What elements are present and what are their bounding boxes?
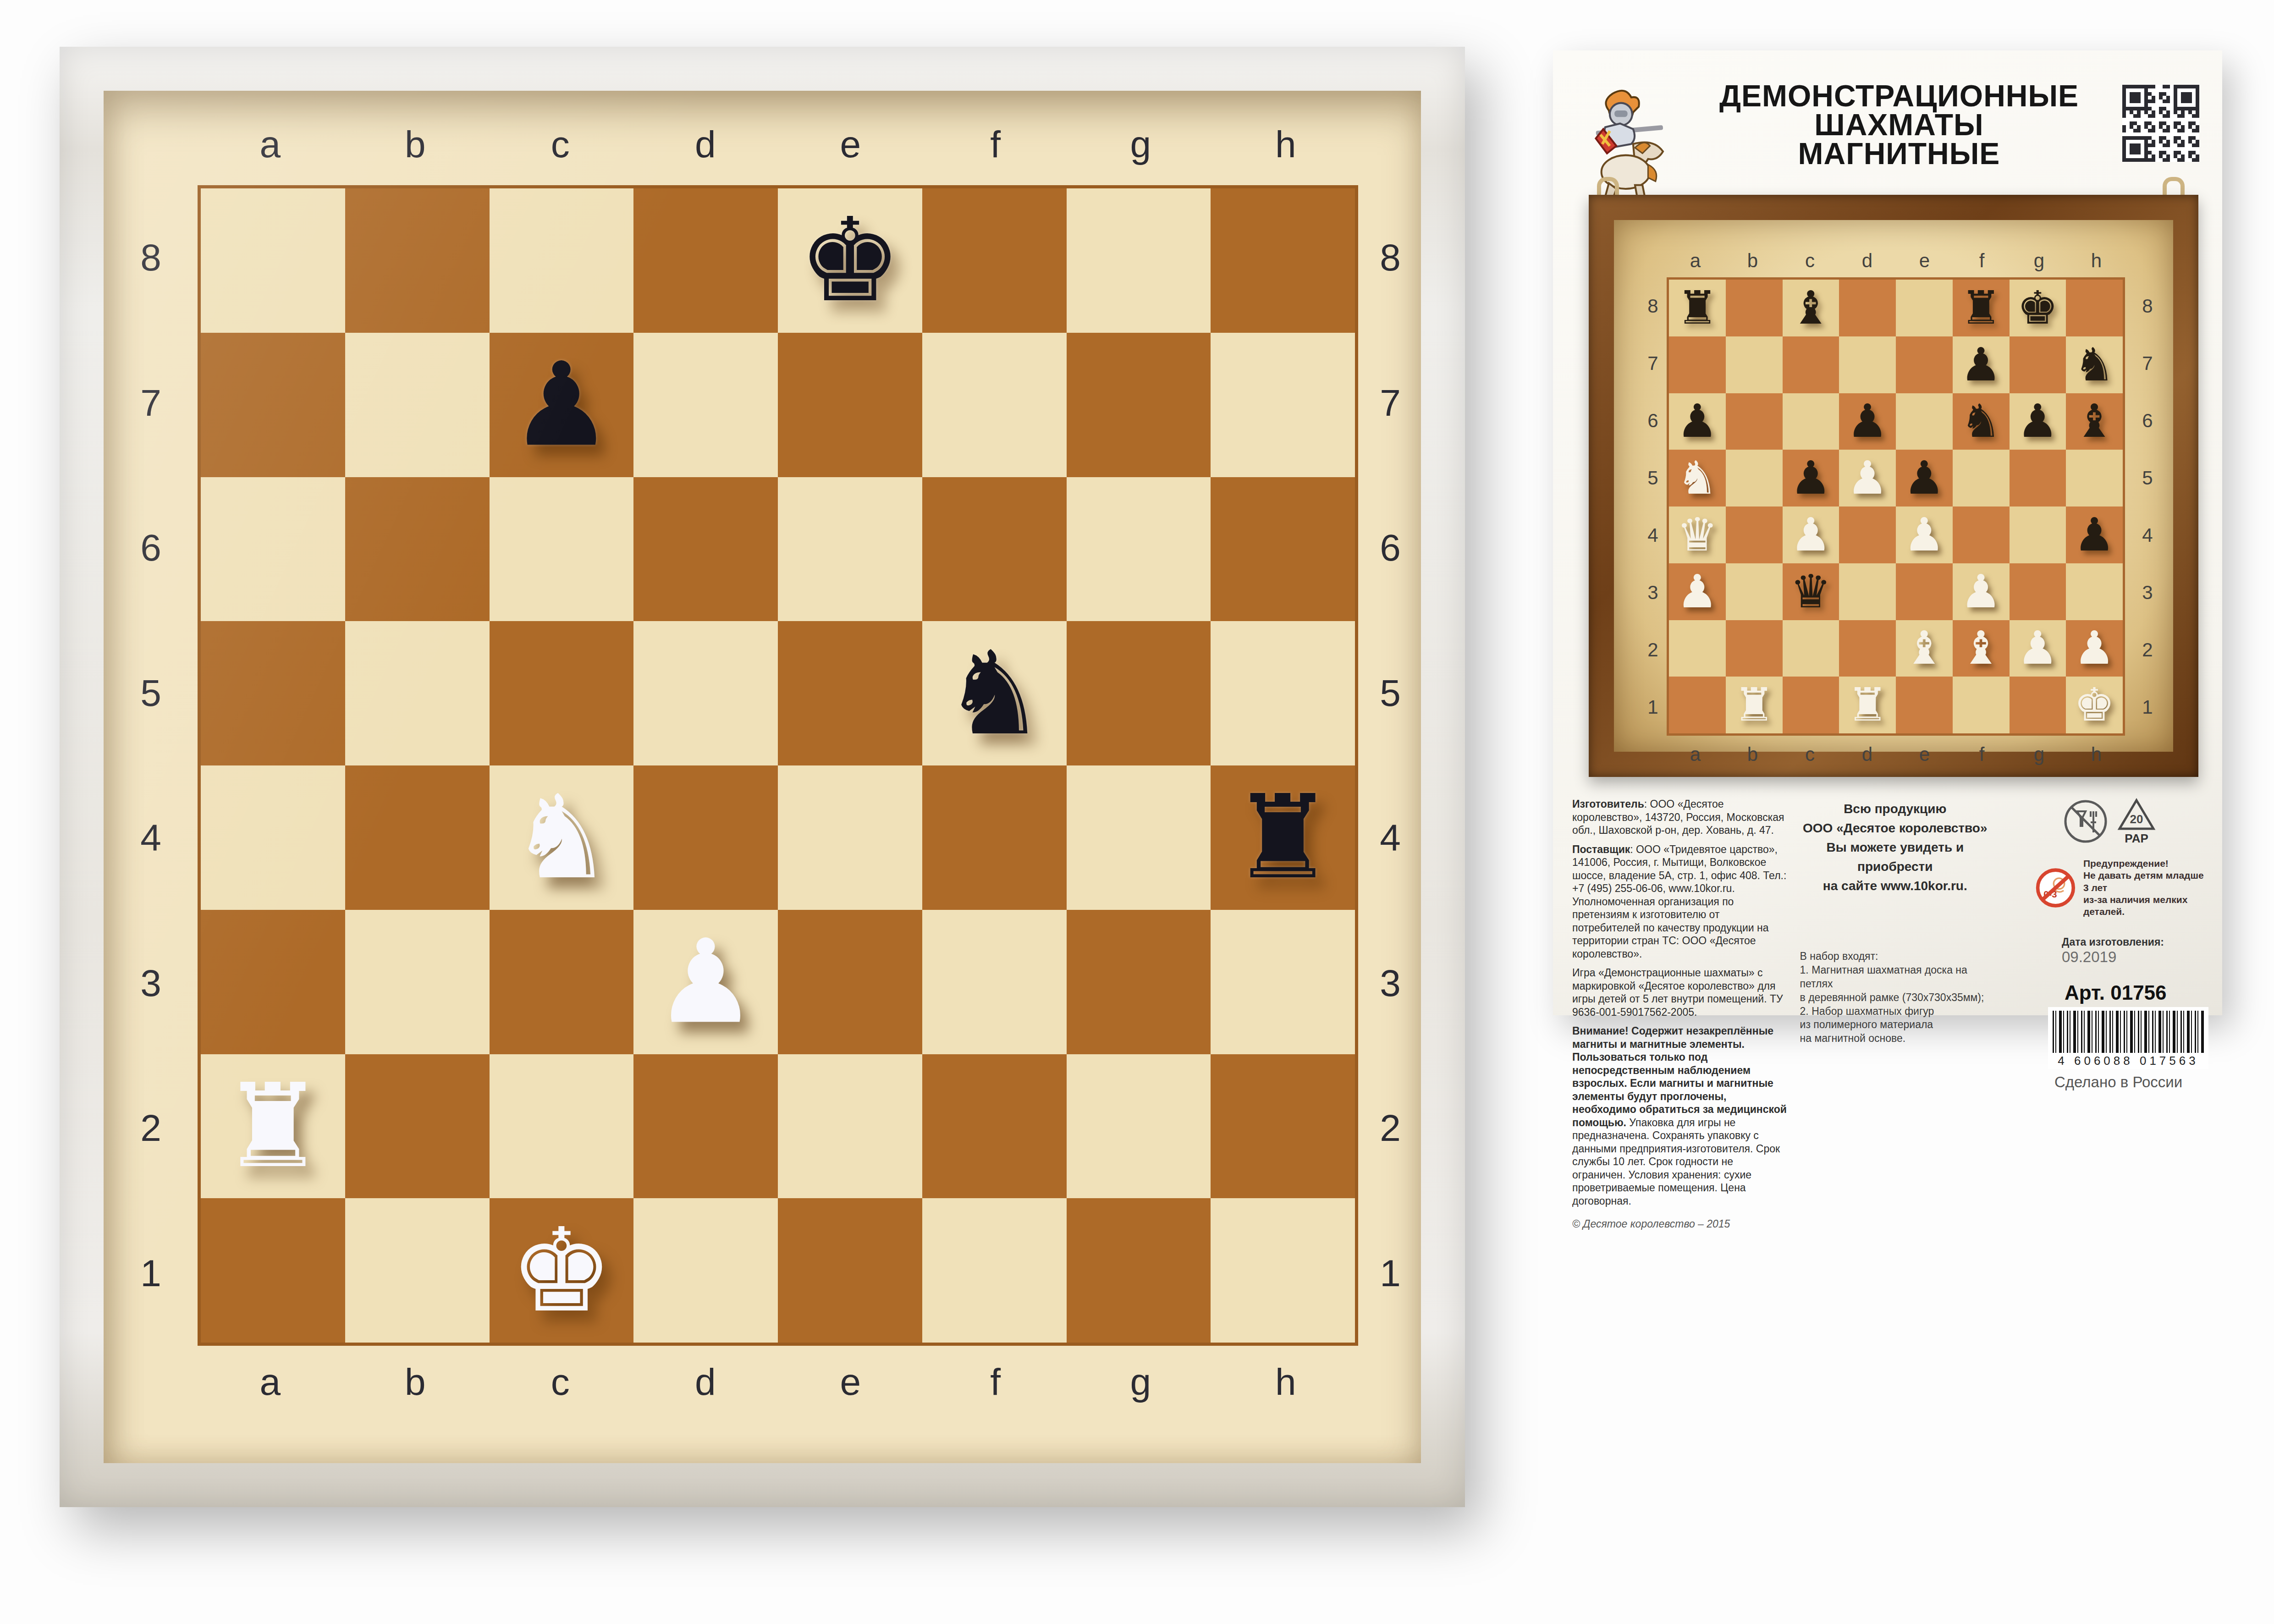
square-e8[interactable]: ♚ <box>778 188 922 333</box>
qr-module <box>2181 140 2185 143</box>
square-a4[interactable]: ♛ <box>1669 506 1726 563</box>
date-value: 09.2019 <box>2062 948 2116 965</box>
square-b4[interactable] <box>1726 506 1783 563</box>
square-d3[interactable]: ♟ <box>633 910 778 1054</box>
square-e6[interactable] <box>1896 393 1953 450</box>
qr-module <box>2144 107 2148 110</box>
piece-white-knight-a5[interactable]: ♞ <box>1677 455 1718 501</box>
square-e4[interactable]: ♟ <box>1896 506 1953 563</box>
square-a2[interactable] <box>1669 620 1726 677</box>
piece-black-pawn-c5[interactable]: ♟ <box>1790 455 1832 501</box>
qr-module <box>2163 107 2166 110</box>
square-c3[interactable]: ♛ <box>1783 563 1839 620</box>
square-e6[interactable] <box>778 477 922 622</box>
square-h7[interactable] <box>1211 333 1355 477</box>
qr-module <box>2185 125 2188 129</box>
piece-white-rook-a2[interactable]: ♜ <box>221 1068 325 1184</box>
piece-black-bishop-c8[interactable]: ♝ <box>1790 285 1832 331</box>
piece-white-king-c1[interactable]: ♚ <box>510 1213 613 1328</box>
square-b5[interactable] <box>345 621 490 765</box>
no-food-contact-icon <box>2062 798 2109 845</box>
qr-module <box>2141 121 2144 125</box>
square-b4[interactable] <box>345 765 490 910</box>
qr-module <box>2177 140 2181 143</box>
square-e2[interactable] <box>778 1054 922 1199</box>
qr-module <box>2177 110 2181 114</box>
qr-module <box>2174 143 2177 147</box>
square-a6[interactable] <box>201 477 345 622</box>
rank-label: 2 <box>1360 1056 1420 1201</box>
piece-black-rook-a8[interactable]: ♜ <box>1677 285 1718 331</box>
qr-module <box>2170 88 2174 92</box>
square-b6[interactable] <box>1726 393 1783 450</box>
qr-module <box>2170 92 2174 96</box>
qr-module <box>2185 129 2188 132</box>
piece-white-king-h1[interactable]: ♚ <box>2074 682 2115 728</box>
rank-label: 3 <box>1360 911 1420 1056</box>
square-e7[interactable] <box>1896 336 1953 393</box>
square-e4[interactable] <box>778 765 922 910</box>
square-d1[interactable] <box>633 1198 778 1343</box>
square-a2[interactable]: ♜ <box>201 1054 345 1199</box>
piece-black-pawn-c7[interactable]: ♟ <box>510 347 613 462</box>
qr-module <box>2192 140 2196 143</box>
square-f8[interactable] <box>922 188 1067 333</box>
square-c3[interactable] <box>490 910 634 1054</box>
qr-module <box>2155 143 2159 147</box>
piece-black-king-e8[interactable]: ♚ <box>798 203 902 318</box>
square-c7[interactable]: ♟ <box>490 333 634 477</box>
piece-white-queen-a4[interactable]: ♛ <box>1677 512 1718 558</box>
square-d2[interactable] <box>633 1054 778 1199</box>
square-g4[interactable] <box>2010 506 2066 563</box>
qr-module <box>2185 143 2188 147</box>
square-a3[interactable] <box>201 910 345 1054</box>
qr-module <box>2133 114 2137 118</box>
qr-module <box>2181 129 2185 132</box>
qr-module <box>2192 107 2196 110</box>
file-label: a <box>198 123 343 166</box>
piece-black-pawn-a6[interactable]: ♟ <box>1677 398 1718 444</box>
qr-module <box>2155 118 2159 121</box>
square-h3[interactable] <box>1211 910 1355 1054</box>
square-a8[interactable]: ♜ <box>1669 280 1726 336</box>
square-f4[interactable] <box>1953 506 2010 563</box>
piece-white-pawn-a3[interactable]: ♟ <box>1677 569 1718 615</box>
square-g2[interactable]: ♟ <box>2010 620 2066 677</box>
square-b5[interactable] <box>1726 450 1783 506</box>
square-f4[interactable] <box>922 765 1067 910</box>
square-g3[interactable] <box>2010 563 2066 620</box>
piece-white-pawn-d3[interactable]: ♟ <box>654 924 758 1040</box>
qr-module <box>2159 118 2163 121</box>
qr-module <box>2130 125 2133 129</box>
square-h2[interactable] <box>1211 1054 1355 1199</box>
info-text: Упаковка для игры не предназначена. Сохр… <box>1572 1117 1780 1207</box>
square-g7[interactable] <box>1067 333 1211 477</box>
square-b8[interactable] <box>1726 280 1783 336</box>
qr-module <box>2196 92 2199 96</box>
qr-module <box>2181 92 2185 96</box>
qr-module <box>2137 151 2141 154</box>
qr-module <box>2141 158 2144 162</box>
rank-label: 5 <box>1360 621 1420 766</box>
square-e5[interactable] <box>778 621 922 765</box>
qr-module <box>2185 99 2188 103</box>
qr-module <box>2130 147 2133 151</box>
qr-module <box>2177 147 2181 151</box>
card-title-line: МАГНИТНЫЕ <box>1645 139 2153 168</box>
file-labels-top: abcdefgh <box>1667 247 2125 275</box>
qr-module <box>2126 85 2130 88</box>
piece-white-bishop-e2[interactable]: ♝ <box>1904 625 1945 671</box>
square-d6[interactable] <box>633 477 778 622</box>
square-g3[interactable] <box>1067 910 1211 1054</box>
square-e3[interactable] <box>778 910 922 1054</box>
piece-white-rook-b1[interactable]: ♜ <box>1734 682 1775 728</box>
rank-label: 4 <box>1641 506 1665 564</box>
square-h1[interactable] <box>1211 1198 1355 1343</box>
qr-module <box>2166 121 2170 125</box>
qr-module <box>2137 114 2141 118</box>
square-e7[interactable] <box>778 333 922 477</box>
qr-module <box>2163 129 2166 132</box>
qr-module <box>2185 136 2188 140</box>
square-h6[interactable] <box>1211 477 1355 622</box>
qr-module <box>2137 107 2141 110</box>
qr-module <box>2192 92 2196 96</box>
piece-black-pawn-d6[interactable]: ♟ <box>1847 398 1888 444</box>
square-a5[interactable]: ♞ <box>1669 450 1726 506</box>
file-label: e <box>1896 250 1953 272</box>
qr-module <box>2144 158 2148 162</box>
square-c1[interactable]: ♚ <box>490 1198 634 1343</box>
square-e2[interactable]: ♝ <box>1896 620 1953 677</box>
piece-white-pawn-f3[interactable]: ♟ <box>1960 569 2002 615</box>
qr-module <box>2188 147 2192 151</box>
square-g6[interactable]: ♟ <box>2010 393 2066 450</box>
qr-module <box>2174 92 2177 96</box>
qr-module <box>2181 136 2185 140</box>
file-label: e <box>778 123 923 166</box>
square-f5[interactable]: ♞ <box>922 621 1067 765</box>
square-g1[interactable] <box>2010 677 2066 733</box>
square-f2[interactable]: ♝ <box>1953 620 2010 677</box>
square-a1[interactable] <box>201 1198 345 1343</box>
qr-module <box>2148 88 2152 92</box>
square-g4[interactable] <box>1067 765 1211 910</box>
qr-module <box>2185 151 2188 154</box>
qr-module <box>2177 129 2181 132</box>
square-b2[interactable] <box>1726 620 1783 677</box>
piece-white-pawn-h2[interactable]: ♟ <box>2074 625 2115 671</box>
qr-module <box>2126 107 2130 110</box>
qr-module <box>2192 154 2196 158</box>
qr-module <box>2159 88 2163 92</box>
qr-module <box>2188 143 2192 147</box>
qr-module <box>2159 147 2163 151</box>
square-h7[interactable]: ♞ <box>2066 336 2123 393</box>
rank-label: 7 <box>1641 335 1665 392</box>
square-d8[interactable] <box>1839 280 1896 336</box>
square-c2[interactable] <box>490 1054 634 1199</box>
square-h6[interactable]: ♝ <box>2066 393 2123 450</box>
qr-module <box>2152 158 2155 162</box>
square-h8[interactable] <box>1211 188 1355 333</box>
qr-module <box>2170 118 2174 121</box>
qr-module <box>2170 132 2174 136</box>
qr-module <box>2130 154 2133 158</box>
piece-white-knight-c4[interactable]: ♞ <box>510 780 613 895</box>
piece-white-pawn-d5[interactable]: ♟ <box>1847 455 1888 501</box>
piece-white-bishop-f2[interactable]: ♝ <box>1960 625 2002 671</box>
square-d7[interactable] <box>633 333 778 477</box>
square-f1[interactable] <box>1953 677 2010 733</box>
sku: Арт. 01756 <box>2065 981 2167 1004</box>
qr-module <box>2152 107 2155 110</box>
qr-module <box>2192 136 2196 140</box>
square-c6[interactable] <box>1783 393 1839 450</box>
square-g6[interactable] <box>1067 477 1211 622</box>
piece-black-knight-f6[interactable]: ♞ <box>1960 398 2002 444</box>
qr-module <box>2192 143 2196 147</box>
square-c8[interactable]: ♝ <box>1783 280 1839 336</box>
qr-module <box>2152 140 2155 143</box>
square-b3[interactable] <box>345 910 490 1054</box>
square-c1[interactable] <box>1783 677 1839 733</box>
qr-module <box>2122 129 2126 132</box>
qr-module <box>2122 118 2126 121</box>
qr-module <box>2170 121 2174 125</box>
square-a8[interactable] <box>201 188 345 333</box>
qr-module <box>2192 125 2196 129</box>
piece-black-rook-h4[interactable]: ♜ <box>1231 780 1335 895</box>
qr-module <box>2170 110 2174 114</box>
square-d8[interactable] <box>633 188 778 333</box>
square-g5[interactable] <box>2010 450 2066 506</box>
made-in: Сделано в России <box>2054 1073 2182 1091</box>
piece-black-knight-h7[interactable]: ♞ <box>2074 342 2115 388</box>
qr-module <box>2174 151 2177 154</box>
square-d2[interactable] <box>1839 620 1896 677</box>
square-f6[interactable] <box>922 477 1067 622</box>
piece-black-knight-f5[interactable]: ♞ <box>942 636 1046 751</box>
square-d3[interactable] <box>1839 563 1896 620</box>
info-text: : ООО «Тридевятое царство», 141006, Росс… <box>1572 843 1786 960</box>
piece-black-pawn-h4[interactable]: ♟ <box>2074 512 2115 558</box>
square-b1[interactable] <box>345 1198 490 1343</box>
square-g7[interactable] <box>2010 336 2066 393</box>
qr-module <box>2196 136 2199 140</box>
square-d7[interactable] <box>1839 336 1896 393</box>
qr-module <box>2163 158 2166 162</box>
qr-module <box>2177 118 2181 121</box>
square-c5[interactable]: ♟ <box>1783 450 1839 506</box>
square-a7[interactable] <box>1669 336 1726 393</box>
file-label: c <box>488 123 633 166</box>
square-c4[interactable]: ♟ <box>1783 506 1839 563</box>
qr-module <box>2166 110 2170 114</box>
qr-module <box>2126 92 2130 96</box>
qr-module <box>2130 88 2133 92</box>
qr-module <box>2133 118 2137 121</box>
square-e8[interactable] <box>1896 280 1953 336</box>
qr-module <box>2155 107 2159 110</box>
piece-black-queen-c3[interactable]: ♛ <box>1790 569 1832 615</box>
square-g8[interactable] <box>1067 188 1211 333</box>
square-g8[interactable]: ♚ <box>2010 280 2066 336</box>
square-h4[interactable]: ♟ <box>2066 506 2123 563</box>
square-e1[interactable] <box>778 1198 922 1343</box>
square-h3[interactable] <box>2066 563 2123 620</box>
qr-module <box>2163 132 2166 136</box>
qr-module <box>2130 96 2133 99</box>
qr-module <box>2122 107 2126 110</box>
square-c6[interactable] <box>490 477 634 622</box>
demo-board-frame: abcdefgh abcdefgh 87654321 87654321 ♚♟♞♞… <box>60 47 1465 1507</box>
square-h8[interactable] <box>2066 280 2123 336</box>
piece-black-king-g8[interactable]: ♚ <box>2017 285 2059 331</box>
qr-module <box>2141 110 2144 114</box>
square-h4[interactable]: ♜ <box>1211 765 1355 910</box>
square-a6[interactable]: ♟ <box>1669 393 1726 450</box>
qr-module <box>2137 143 2141 147</box>
piece-white-pawn-g2[interactable]: ♟ <box>2017 625 2059 671</box>
square-c2[interactable] <box>1783 620 1839 677</box>
qr-module <box>2192 121 2196 125</box>
qr-module <box>2159 99 2163 103</box>
qr-module <box>2152 110 2155 114</box>
qr-module <box>2141 88 2144 92</box>
qr-module <box>2174 96 2177 99</box>
qr-module <box>2148 143 2152 147</box>
square-b2[interactable] <box>345 1054 490 1199</box>
qr-module <box>2166 114 2170 118</box>
rank-labels-right: 87654321 <box>2129 277 2166 736</box>
square-d1[interactable]: ♜ <box>1839 677 1896 733</box>
square-d4[interactable] <box>1839 506 1896 563</box>
qr-module <box>2159 107 2163 110</box>
piece-black-pawn-e5[interactable]: ♟ <box>1904 455 1945 501</box>
qr-module <box>2159 85 2163 88</box>
square-b8[interactable] <box>345 188 490 333</box>
square-e5[interactable]: ♟ <box>1896 450 1953 506</box>
qr-module <box>2163 114 2166 118</box>
square-g1[interactable] <box>1067 1198 1211 1343</box>
square-f5[interactable] <box>1953 450 2010 506</box>
square-e1[interactable] <box>1896 677 1953 733</box>
qr-module <box>2159 143 2163 147</box>
qr-module <box>2141 92 2144 96</box>
square-d5[interactable]: ♟ <box>1839 450 1896 506</box>
piece-black-pawn-g6[interactable]: ♟ <box>2017 398 2059 444</box>
square-f8[interactable]: ♜ <box>1953 280 2010 336</box>
qr-module <box>2174 110 2177 114</box>
square-c7[interactable] <box>1783 336 1839 393</box>
square-h5[interactable] <box>1211 621 1355 765</box>
qr-module <box>2152 143 2155 147</box>
square-b7[interactable] <box>1726 336 1783 393</box>
qr-module <box>2188 88 2192 92</box>
qr-module <box>2170 151 2174 154</box>
qr-module <box>2141 154 2144 158</box>
square-c8[interactable] <box>490 188 634 333</box>
rank-label: 7 <box>116 330 185 476</box>
square-g5[interactable] <box>1067 621 1211 765</box>
qr-module <box>2148 92 2152 96</box>
qr-module <box>2144 147 2148 151</box>
pap-label: PAP <box>2125 831 2148 846</box>
square-a4[interactable] <box>201 765 345 910</box>
set-items: 1. Магнитная шахматная доска на петлях в… <box>1800 963 1990 1046</box>
qr-module <box>2177 136 2181 140</box>
square-h5[interactable] <box>2066 450 2123 506</box>
square-d6[interactable]: ♟ <box>1839 393 1896 450</box>
qr-module <box>2122 114 2126 118</box>
piece-white-rook-d1[interactable]: ♜ <box>1847 682 1888 728</box>
qr-module <box>2130 107 2133 110</box>
square-e3[interactable] <box>1896 563 1953 620</box>
square-h2[interactable]: ♟ <box>2066 620 2123 677</box>
square-a3[interactable]: ♟ <box>1669 563 1726 620</box>
piece-black-rook-f8[interactable]: ♜ <box>1960 285 2002 331</box>
square-b3[interactable] <box>1726 563 1783 620</box>
square-d5[interactable] <box>633 621 778 765</box>
qr-module <box>2130 140 2133 143</box>
qr-module <box>2159 136 2163 140</box>
square-g2[interactable] <box>1067 1054 1211 1199</box>
piece-white-pawn-e4[interactable]: ♟ <box>1904 512 1945 558</box>
qr-module <box>2122 132 2126 136</box>
square-b6[interactable] <box>345 477 490 622</box>
qr-module <box>2174 88 2177 92</box>
qr-module <box>2152 92 2155 96</box>
rank-label: 6 <box>1641 392 1665 449</box>
demo-board: ♚♟♞♞♜♟♜♚ <box>198 185 1358 1346</box>
piece-black-bishop-h6[interactable]: ♝ <box>2074 398 2115 444</box>
square-f7[interactable] <box>922 333 1067 477</box>
square-f2[interactable] <box>922 1054 1067 1199</box>
square-d4[interactable] <box>633 765 778 910</box>
qr-module <box>2185 107 2188 110</box>
square-b7[interactable] <box>345 333 490 477</box>
square-a1[interactable] <box>1669 677 1726 733</box>
qr-module <box>2166 85 2170 88</box>
piece-white-pawn-c4[interactable]: ♟ <box>1790 512 1832 558</box>
qr-module <box>2192 96 2196 99</box>
file-label: f <box>1953 743 2010 765</box>
square-a5[interactable] <box>201 621 345 765</box>
qr-module <box>2181 147 2185 151</box>
piece-black-pawn-f7[interactable]: ♟ <box>1960 342 2002 388</box>
qr-module <box>2126 110 2130 114</box>
qr-module <box>2170 143 2174 147</box>
square-f3[interactable] <box>922 910 1067 1054</box>
square-b1[interactable]: ♜ <box>1726 677 1783 733</box>
square-f1[interactable] <box>922 1198 1067 1343</box>
qr-module <box>2166 147 2170 151</box>
qr-code <box>2122 85 2199 162</box>
square-f3[interactable]: ♟ <box>1953 563 2010 620</box>
square-f7[interactable]: ♟ <box>1953 336 2010 393</box>
square-c5[interactable] <box>490 621 634 765</box>
qr-module <box>2152 96 2155 99</box>
square-h1[interactable]: ♚ <box>2066 677 2123 733</box>
square-f6[interactable]: ♞ <box>1953 393 2010 450</box>
qr-module <box>2141 136 2144 140</box>
square-a7[interactable] <box>201 333 345 477</box>
square-c4[interactable]: ♞ <box>490 765 634 910</box>
